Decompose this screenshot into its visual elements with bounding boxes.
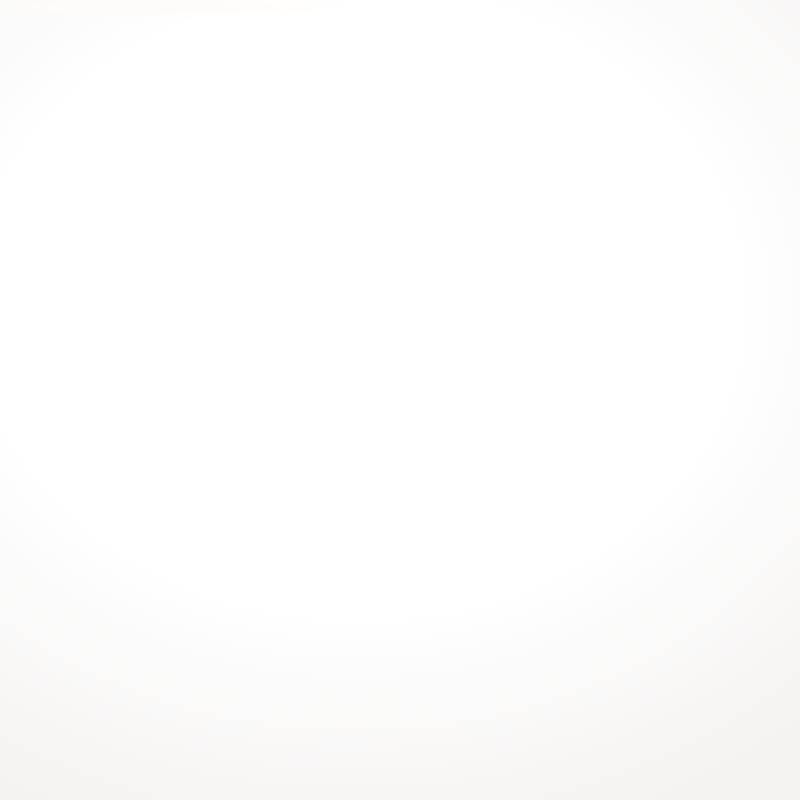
rim-edge-highlight	[0, 0, 390, 13]
scene	[0, 0, 800, 800]
